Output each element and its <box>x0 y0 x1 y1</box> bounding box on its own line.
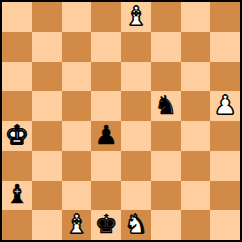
square-d8[interactable] <box>91 2 121 32</box>
square-d1[interactable]: ♚ <box>91 210 121 240</box>
square-g3[interactable] <box>181 151 211 181</box>
square-a8[interactable] <box>2 2 32 32</box>
black-bishop-icon[interactable]: ♝ <box>5 181 28 207</box>
square-f5[interactable]: ♞ <box>151 91 181 121</box>
square-a2[interactable]: ♝ <box>2 181 32 211</box>
square-f1[interactable] <box>151 210 181 240</box>
square-h4[interactable] <box>210 121 240 151</box>
square-e6[interactable] <box>121 62 151 92</box>
white-king-icon[interactable]: ♚ <box>5 122 28 148</box>
square-c6[interactable] <box>62 62 92 92</box>
square-b7[interactable] <box>32 32 62 62</box>
chess-board-frame: ♝♞♟♚♟♝♝♚♞ <box>0 0 242 242</box>
square-e7[interactable] <box>121 32 151 62</box>
square-c5[interactable] <box>62 91 92 121</box>
black-knight-icon[interactable]: ♞ <box>154 92 177 118</box>
square-h7[interactable] <box>210 32 240 62</box>
square-h2[interactable] <box>210 181 240 211</box>
square-d3[interactable] <box>91 151 121 181</box>
square-g1[interactable] <box>181 210 211 240</box>
square-a1[interactable] <box>2 210 32 240</box>
square-d7[interactable] <box>91 32 121 62</box>
square-d2[interactable] <box>91 181 121 211</box>
square-e4[interactable] <box>121 121 151 151</box>
square-c1[interactable]: ♝ <box>62 210 92 240</box>
square-g2[interactable] <box>181 181 211 211</box>
square-e8[interactable]: ♝ <box>121 2 151 32</box>
square-f6[interactable] <box>151 62 181 92</box>
chess-board: ♝♞♟♚♟♝♝♚♞ <box>2 2 240 240</box>
square-e1[interactable]: ♞ <box>121 210 151 240</box>
square-c4[interactable] <box>62 121 92 151</box>
square-b5[interactable] <box>32 91 62 121</box>
square-b1[interactable] <box>32 210 62 240</box>
square-f7[interactable] <box>151 32 181 62</box>
square-b4[interactable] <box>32 121 62 151</box>
white-bishop-icon[interactable]: ♝ <box>65 211 88 237</box>
square-f4[interactable] <box>151 121 181 151</box>
square-c3[interactable] <box>62 151 92 181</box>
square-g5[interactable] <box>181 91 211 121</box>
square-e3[interactable] <box>121 151 151 181</box>
white-pawn-icon[interactable]: ♟ <box>213 92 236 118</box>
square-g7[interactable] <box>181 32 211 62</box>
square-b3[interactable] <box>32 151 62 181</box>
square-b2[interactable] <box>32 181 62 211</box>
black-king-icon[interactable]: ♚ <box>94 211 117 237</box>
square-a7[interactable] <box>2 32 32 62</box>
square-h1[interactable] <box>210 210 240 240</box>
square-f8[interactable] <box>151 2 181 32</box>
square-h5[interactable]: ♟ <box>210 91 240 121</box>
square-b8[interactable] <box>32 2 62 32</box>
square-f3[interactable] <box>151 151 181 181</box>
square-f2[interactable] <box>151 181 181 211</box>
square-e5[interactable] <box>121 91 151 121</box>
square-h6[interactable] <box>210 62 240 92</box>
square-g8[interactable] <box>181 2 211 32</box>
square-g6[interactable] <box>181 62 211 92</box>
white-bishop-icon[interactable]: ♝ <box>124 3 147 29</box>
square-b6[interactable] <box>32 62 62 92</box>
square-g4[interactable] <box>181 121 211 151</box>
black-pawn-icon[interactable]: ♟ <box>94 122 117 148</box>
square-d4[interactable]: ♟ <box>91 121 121 151</box>
square-a4[interactable]: ♚ <box>2 121 32 151</box>
square-h3[interactable] <box>210 151 240 181</box>
square-c8[interactable] <box>62 2 92 32</box>
square-a5[interactable] <box>2 91 32 121</box>
square-c2[interactable] <box>62 181 92 211</box>
white-knight-icon[interactable]: ♞ <box>124 211 147 237</box>
square-e2[interactable] <box>121 181 151 211</box>
square-h8[interactable] <box>210 2 240 32</box>
square-a6[interactable] <box>2 62 32 92</box>
square-c7[interactable] <box>62 32 92 62</box>
square-a3[interactable] <box>2 151 32 181</box>
square-d5[interactable] <box>91 91 121 121</box>
square-d6[interactable] <box>91 62 121 92</box>
